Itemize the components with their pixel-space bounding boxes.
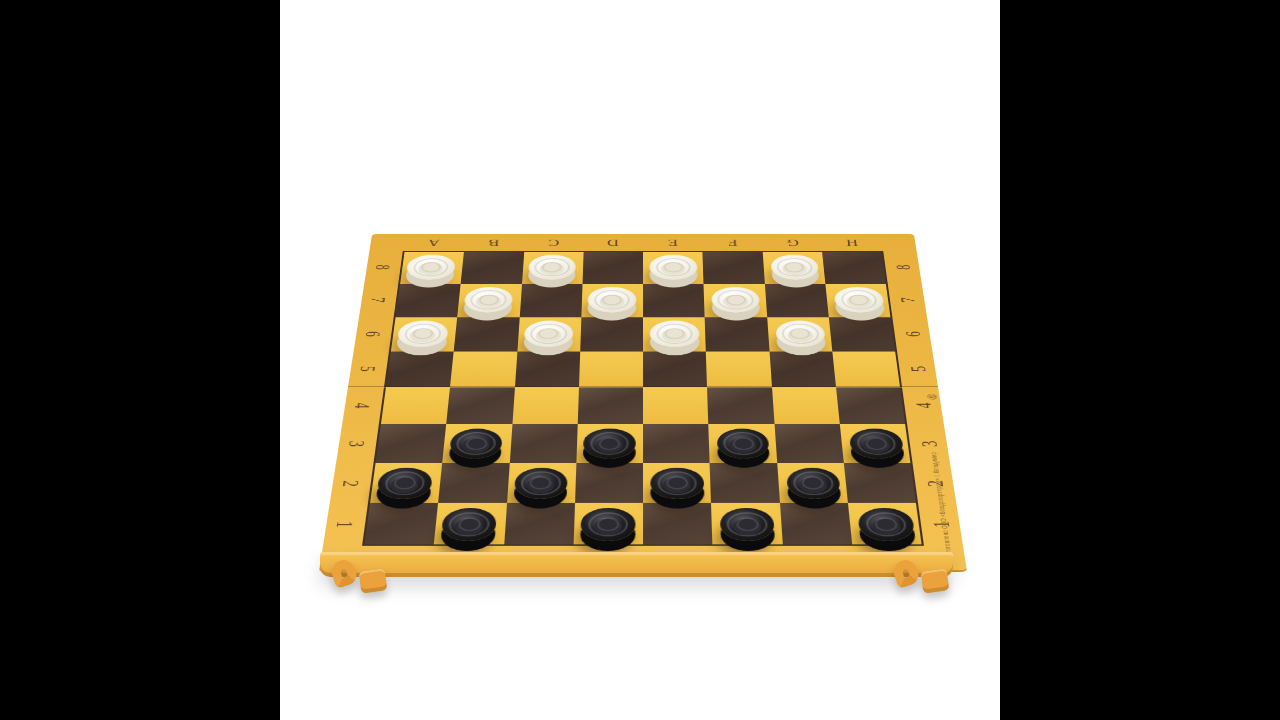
white-checker-disc: ● (650, 320, 700, 347)
certification-stamp-icon: Ⓢ (924, 394, 939, 400)
clasp-knob (359, 568, 388, 593)
checker-white-f7[interactable]: ● (704, 283, 767, 316)
checker-white-d7[interactable]: ● (581, 283, 643, 316)
black-checker-glyph: ● (452, 513, 486, 535)
black-checker-disc: ● (716, 429, 770, 459)
white-checker-glyph: ● (659, 259, 687, 276)
black-checker-glyph: ● (525, 473, 557, 494)
white-checker-disc: ● (770, 255, 819, 280)
black-checker-disc: ● (449, 429, 504, 459)
white-checker-glyph: ● (407, 325, 438, 343)
coordinate-label-f: F (703, 236, 763, 249)
checker-black-f3[interactable]: ● (709, 424, 778, 463)
black-checker-disc: ● (513, 468, 568, 500)
coordinate-label-e: E (643, 236, 703, 249)
checker-black-b3[interactable]: ● (441, 424, 511, 463)
board-front-edge (320, 552, 953, 577)
clasp-curl-icon (891, 557, 922, 589)
checker-black-d1[interactable]: ● (573, 504, 643, 546)
black-checker-glyph: ● (727, 433, 759, 453)
white-checker-glyph: ● (534, 325, 564, 343)
checkers-board: ABCDEFGH ABCDEFGH 87654321 87654321 Изго… (319, 234, 967, 570)
black-checker-disc: ● (785, 468, 841, 500)
white-checker-glyph: ● (660, 325, 689, 343)
white-checker-glyph: ● (844, 291, 874, 308)
white-checker-disc: ● (775, 320, 826, 347)
black-checker-glyph: ● (661, 473, 693, 494)
black-checker-disc: ● (583, 429, 636, 459)
white-checker-disc: ● (588, 287, 637, 313)
checker-white-c6[interactable]: ● (516, 317, 581, 352)
white-checker-glyph: ● (474, 291, 504, 308)
coordinate-label-c: C (523, 236, 583, 249)
black-checker-glyph: ● (592, 513, 624, 535)
black-checker-glyph: ● (797, 473, 830, 494)
coordinate-label-h: H (822, 236, 883, 249)
checker-black-g2[interactable]: ● (778, 463, 850, 503)
white-checker-glyph: ● (780, 259, 809, 276)
checker-black-c2[interactable]: ● (505, 463, 575, 503)
black-checker-disc: ● (857, 508, 915, 541)
letterbox-right (1000, 0, 1280, 720)
checker-white-g8[interactable]: ● (763, 251, 826, 283)
checker-white-g6[interactable]: ● (768, 317, 834, 352)
white-checker-disc: ● (396, 320, 448, 347)
white-checker-disc: ● (834, 287, 885, 313)
checker-black-d3[interactable]: ● (576, 424, 643, 463)
checker-white-b7[interactable]: ● (456, 283, 521, 316)
checker-black-e2[interactable]: ● (643, 463, 712, 503)
black-checker-disc: ● (581, 508, 636, 541)
letterbox-left (0, 0, 280, 720)
black-checker-glyph: ● (731, 513, 764, 535)
checker-black-f1[interactable]: ● (712, 504, 784, 546)
checker-white-a6[interactable]: ● (389, 317, 456, 352)
coordinate-label-b: B (463, 236, 524, 249)
black-checker-disc: ● (440, 508, 497, 541)
white-checker-disc: ● (650, 255, 698, 280)
clasp-curl-icon (329, 557, 360, 589)
black-checker-disc: ● (376, 468, 433, 500)
white-checker-disc: ● (711, 287, 760, 313)
checker-white-a8[interactable]: ● (398, 251, 462, 283)
white-checker-glyph: ● (598, 291, 627, 308)
black-checker-disc: ● (849, 429, 905, 459)
white-checker-disc: ● (406, 255, 456, 280)
white-checker-glyph: ● (721, 291, 750, 308)
file-labels-top: ABCDEFGH (403, 236, 883, 249)
checker-white-e6[interactable]: ● (643, 317, 707, 352)
checker-white-c8[interactable]: ● (521, 251, 583, 283)
screenshot-stage: ABCDEFGH ABCDEFGH 87654321 87654321 Изго… (0, 0, 1280, 720)
black-checker-disc: ● (720, 508, 776, 541)
board-photo: ABCDEFGH ABCDEFGH 87654321 87654321 Изго… (280, 0, 1000, 720)
white-checker-disc: ● (523, 320, 573, 347)
black-checker-disc: ● (650, 468, 704, 500)
checker-black-h3[interactable]: ● (841, 424, 912, 463)
checker-black-a2[interactable]: ● (368, 463, 441, 503)
white-checker-disc: ● (528, 255, 577, 280)
white-checker-glyph: ● (538, 259, 567, 276)
coordinate-label-g: G (762, 236, 823, 249)
black-checker-glyph: ● (594, 433, 625, 453)
checker-white-h7[interactable]: ● (827, 283, 893, 316)
coordinate-label-d: D (583, 236, 643, 249)
white-checker-glyph: ● (785, 325, 815, 343)
clasp-hook-right (892, 557, 956, 605)
checker-white-e8[interactable]: ● (643, 251, 704, 283)
white-checker-glyph: ● (416, 259, 446, 276)
clasp-hook-left (330, 557, 394, 605)
coordinate-label-a: A (403, 236, 464, 249)
black-checker-glyph: ● (860, 433, 893, 453)
black-checker-glyph: ● (460, 433, 492, 453)
black-checker-glyph: ● (869, 513, 904, 535)
black-checker-glyph: ● (388, 473, 422, 494)
checker-black-b1[interactable]: ● (432, 504, 505, 546)
board-perspective-wrap: ABCDEFGH ABCDEFGH 87654321 87654321 Изго… (348, 92, 938, 682)
pieces-layer: ●●●●●●●●●●●●●●●●●●●●●●●● (362, 251, 924, 545)
white-checker-disc: ● (463, 287, 513, 313)
clasp-knob (921, 568, 950, 593)
checker-black-h1[interactable]: ● (849, 504, 924, 546)
